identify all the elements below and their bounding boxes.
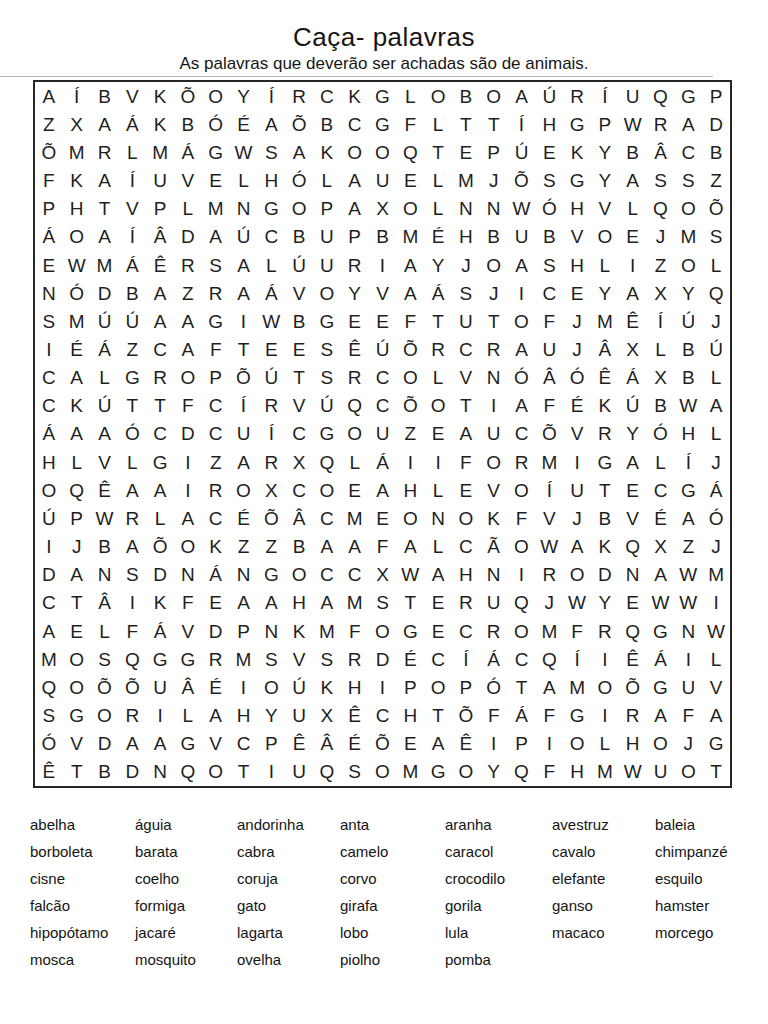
grid-cell: Â <box>313 730 341 758</box>
grid-cell: G <box>674 82 702 110</box>
grid-cell: Á <box>619 364 647 392</box>
grid-cell: G <box>63 702 91 730</box>
grid-cell: Á <box>369 448 397 476</box>
grid-cell: X <box>647 279 675 307</box>
grid-cell: L <box>91 617 119 645</box>
grid-cell: Õ <box>285 110 313 138</box>
grid-cell: E <box>396 166 424 194</box>
grid-cell: O <box>508 307 536 335</box>
grid-cell: V <box>702 673 730 701</box>
grid-cell: R <box>91 138 119 166</box>
grid-cell: J <box>480 279 508 307</box>
grid-cell: M <box>230 645 258 673</box>
grid-cell: B <box>452 82 480 110</box>
word-list-item: lobo <box>340 924 445 941</box>
grid-cell: G <box>118 364 146 392</box>
grid-cell: S <box>341 758 369 786</box>
grid-cell: D <box>91 730 119 758</box>
grid-cell: O <box>452 758 480 786</box>
grid-cell: G <box>563 166 591 194</box>
grid-cell: E <box>341 307 369 335</box>
grid-cell: Õ <box>535 420 563 448</box>
grid-cell: U <box>619 82 647 110</box>
grid-cell: N <box>480 195 508 223</box>
grid-cell: M <box>202 195 230 223</box>
grid-cell: W <box>230 138 258 166</box>
word-list-row: moscamosquitoovelhapiolhopomba <box>30 946 758 973</box>
grid-cell: K <box>591 533 619 561</box>
grid-cell: C <box>369 392 397 420</box>
grid-cell: P <box>63 504 91 532</box>
grid-cell: U <box>452 307 480 335</box>
grid-cell: É <box>341 730 369 758</box>
grid-cell: Q <box>619 533 647 561</box>
grid-cell: A <box>63 561 91 589</box>
grid-cell: V <box>563 223 591 251</box>
word-list-item: jacaré <box>135 924 237 941</box>
grid-cell: Õ <box>396 335 424 363</box>
grid-cell: A <box>230 251 258 279</box>
grid-cell: I <box>619 251 647 279</box>
grid-cell: Ó <box>202 110 230 138</box>
grid-cell: F <box>535 307 563 335</box>
grid-cell: M <box>146 138 174 166</box>
grid-cell: A <box>341 195 369 223</box>
grid-cell: C <box>202 392 230 420</box>
grid-cell: N <box>674 617 702 645</box>
grid-cell: U <box>146 166 174 194</box>
grid-cell: V <box>563 420 591 448</box>
grid-cell: H <box>563 251 591 279</box>
grid-cell: O <box>563 730 591 758</box>
grid-cell: A <box>63 364 91 392</box>
grid-cell: A <box>369 476 397 504</box>
grid-cell: Ê <box>591 364 619 392</box>
grid-cell: E <box>396 730 424 758</box>
grid-cell: Ú <box>257 364 285 392</box>
grid-cell: O <box>35 476 63 504</box>
grid-cell: E <box>35 251 63 279</box>
word-list-item: falcão <box>30 897 135 914</box>
grid-cell: L <box>118 138 146 166</box>
grid-cell: E <box>369 307 397 335</box>
word-list-item: gorila <box>445 897 552 914</box>
grid-cell: C <box>313 504 341 532</box>
word-list-item: girafa <box>340 897 445 914</box>
grid-cell: K <box>146 82 174 110</box>
grid-cell: H <box>619 730 647 758</box>
grid-cell: D <box>591 561 619 589</box>
grid-cell: V <box>535 504 563 532</box>
grid-cell: I <box>174 448 202 476</box>
grid-cell: A <box>202 702 230 730</box>
grid-cell: V <box>174 166 202 194</box>
grid-cell: B <box>174 110 202 138</box>
grid-cell: J <box>702 533 730 561</box>
word-list-item: pomba <box>445 951 552 968</box>
grid-cell: Y <box>591 279 619 307</box>
grid-cell: I <box>424 448 452 476</box>
grid-cell: R <box>202 645 230 673</box>
grid-cell: R <box>424 335 452 363</box>
grid-cell: Ó <box>480 673 508 701</box>
grid-cell: Q <box>396 138 424 166</box>
grid-cell: Q <box>508 589 536 617</box>
grid-cell: Õ <box>508 166 536 194</box>
grid-cell: L <box>591 251 619 279</box>
grid-cell: G <box>202 138 230 166</box>
grid-cell: Y <box>591 166 619 194</box>
grid-cell: Á <box>647 645 675 673</box>
grid-cell: F <box>535 392 563 420</box>
grid-cell: C <box>202 504 230 532</box>
word-list-item: camelo <box>340 843 445 860</box>
grid-cell: L <box>230 166 258 194</box>
grid-cell: Q <box>313 448 341 476</box>
grid-cell: C <box>369 702 397 730</box>
grid-cell: J <box>702 307 730 335</box>
grid-cell: O <box>452 504 480 532</box>
grid-cell: T <box>63 758 91 786</box>
grid-cell: B <box>369 223 397 251</box>
grid-cell: U <box>674 673 702 701</box>
grid-cell: E <box>563 279 591 307</box>
grid-cell: P <box>591 110 619 138</box>
grid-cell: S <box>535 251 563 279</box>
grid-cell: C <box>452 533 480 561</box>
grid-cell: F <box>396 110 424 138</box>
grid-cell: H <box>285 589 313 617</box>
grid-cell: C <box>313 561 341 589</box>
grid-cell: O <box>63 645 91 673</box>
grid-cell: Õ <box>619 673 647 701</box>
grid-cell: H <box>257 166 285 194</box>
grid-cell: A <box>91 110 119 138</box>
grid-cell: Ê <box>35 758 63 786</box>
grid-cell: E <box>424 420 452 448</box>
word-list-item: andorinha <box>237 816 340 833</box>
grid-cell: J <box>647 223 675 251</box>
word-list: abelhaáguiaandorinhaantaaranhaavestruzba… <box>30 811 758 973</box>
grid-cell: Õ <box>146 533 174 561</box>
grid-cell: A <box>91 420 119 448</box>
grid-cell: I <box>702 589 730 617</box>
grid-cell: K <box>313 138 341 166</box>
grid-cell: K <box>63 166 91 194</box>
grid-cell: N <box>619 561 647 589</box>
grid-cell: A <box>508 251 536 279</box>
grid-cell: Á <box>508 702 536 730</box>
grid-cell: W <box>563 589 591 617</box>
grid-cell: Q <box>35 673 63 701</box>
grid-cell: J <box>563 307 591 335</box>
grid-cell: R <box>452 589 480 617</box>
grid-cell: Ó <box>508 364 536 392</box>
grid-cell: Z <box>257 533 285 561</box>
grid-cell: Á <box>202 561 230 589</box>
grid-cell: W <box>535 533 563 561</box>
grid-cell: Í <box>257 420 285 448</box>
grid-cell: T <box>508 673 536 701</box>
grid-cell: P <box>257 730 285 758</box>
grid-cell: B <box>91 82 119 110</box>
grid-cell: M <box>452 166 480 194</box>
grid-cell: P <box>230 617 258 645</box>
grid-cell: U <box>369 420 397 448</box>
grid-cell: O <box>480 251 508 279</box>
grid-cell: R <box>146 364 174 392</box>
word-list-item: borboleta <box>30 843 135 860</box>
grid-cell: W <box>674 589 702 617</box>
grid-cell: O <box>674 195 702 223</box>
grid-cell: Â <box>146 223 174 251</box>
grid-cell: Ó <box>35 730 63 758</box>
grid-cell: G <box>313 307 341 335</box>
grid-cell: M <box>35 645 63 673</box>
grid-cell: A <box>702 702 730 730</box>
grid-cell: L <box>591 730 619 758</box>
grid-cell: X <box>647 533 675 561</box>
grid-cell: I <box>230 673 258 701</box>
grid-cell: Z <box>396 420 424 448</box>
grid-cell: G <box>647 673 675 701</box>
grid-cell: E <box>202 166 230 194</box>
grid-cell: J <box>563 335 591 363</box>
grid-cell: Í <box>63 82 91 110</box>
grid-cell: V <box>285 392 313 420</box>
grid-cell: W <box>619 110 647 138</box>
grid-cell: O <box>174 364 202 392</box>
grid-cell: Ú <box>285 673 313 701</box>
grid-cell: R <box>647 110 675 138</box>
grid-cell: U <box>285 758 313 786</box>
grid-cell: V <box>91 448 119 476</box>
grid-cell: Z <box>702 166 730 194</box>
grid-cell: O <box>424 673 452 701</box>
grid-cell: Â <box>591 335 619 363</box>
grid-cell: H <box>396 476 424 504</box>
word-list-item: cisne <box>30 870 135 887</box>
grid-cell: R <box>341 645 369 673</box>
grid-cell: G <box>174 730 202 758</box>
grid-cell: A <box>174 335 202 363</box>
grid-cell: L <box>313 166 341 194</box>
grid-cell: I <box>674 645 702 673</box>
grid-cell: C <box>508 645 536 673</box>
word-list-item: avestruz <box>552 816 655 833</box>
grid-cell: U <box>313 223 341 251</box>
word-list-item: ovelha <box>237 951 340 968</box>
grid-cell: L <box>424 166 452 194</box>
grid-cell: V <box>452 364 480 392</box>
grid-cell: A <box>647 561 675 589</box>
grid-cell: Í <box>647 307 675 335</box>
grid-cell: S <box>202 251 230 279</box>
grid-cell: U <box>313 251 341 279</box>
grid-cell: A <box>285 138 313 166</box>
grid-cell: G <box>674 476 702 504</box>
grid-cell: M <box>591 758 619 786</box>
grid-cell: N <box>424 504 452 532</box>
grid-cell: F <box>35 166 63 194</box>
grid-cell: O <box>230 476 258 504</box>
grid-cell: I <box>35 335 63 363</box>
grid-cell: R <box>480 335 508 363</box>
grid-cell: B <box>674 335 702 363</box>
grid-cell: F <box>535 702 563 730</box>
grid-cell: R <box>118 504 146 532</box>
grid-cell: E <box>257 335 285 363</box>
grid-cell: E <box>285 335 313 363</box>
grid-cell: Õ <box>702 195 730 223</box>
grid-cell: O <box>313 279 341 307</box>
grid-cell: E <box>452 476 480 504</box>
grid-cell: P <box>702 82 730 110</box>
grid-cell: O <box>396 195 424 223</box>
word-list-item: caracol <box>445 843 552 860</box>
grid-cell: T <box>452 392 480 420</box>
grid-cell: U <box>647 758 675 786</box>
grid-cell: T <box>452 110 480 138</box>
grid-cell: H <box>341 673 369 701</box>
grid-cell: C <box>202 420 230 448</box>
grid-cell: B <box>702 138 730 166</box>
grid-cell: W <box>257 307 285 335</box>
grid-cell: I <box>174 476 202 504</box>
grid-cell: Y <box>424 251 452 279</box>
grid-cell: G <box>424 758 452 786</box>
grid-cell: I <box>369 251 397 279</box>
grid-cell: A <box>313 589 341 617</box>
grid-cell: A <box>118 476 146 504</box>
grid-cell: N <box>480 561 508 589</box>
grid-cell: S <box>35 702 63 730</box>
grid-cell: R <box>591 617 619 645</box>
grid-cell: C <box>452 335 480 363</box>
grid-cell: L <box>118 448 146 476</box>
grid-cell: G <box>369 82 397 110</box>
grid-cell: A <box>396 251 424 279</box>
grid-cell: L <box>341 448 369 476</box>
grid-cell: B <box>619 138 647 166</box>
grid-cell: U <box>146 673 174 701</box>
grid-cell: I <box>480 730 508 758</box>
grid-cell: O <box>369 758 397 786</box>
word-list-row: abelhaáguiaandorinhaantaaranhaavestruzba… <box>30 811 758 838</box>
grid-cell: O <box>313 476 341 504</box>
grid-cell: A <box>146 307 174 335</box>
grid-cell: U <box>369 166 397 194</box>
grid-cell: S <box>313 364 341 392</box>
word-list-row: borboletabaratacabracamelocaracolcavaloc… <box>30 838 758 865</box>
word-list-row: cisnecoelhocorujacorvocrocodiloelefantee… <box>30 865 758 892</box>
grid-cell: V <box>118 82 146 110</box>
grid-cell: L <box>424 364 452 392</box>
grid-cell: U <box>230 420 258 448</box>
grid-cell: H <box>230 702 258 730</box>
grid-cell: E <box>424 589 452 617</box>
grid-cell: É <box>396 645 424 673</box>
grid-cell: O <box>257 673 285 701</box>
grid-cell: A <box>118 533 146 561</box>
grid-cell: Á <box>118 251 146 279</box>
grid-cell: R <box>202 279 230 307</box>
grid-cell: N <box>146 758 174 786</box>
grid-cell: X <box>313 702 341 730</box>
grid-cell: D <box>369 645 397 673</box>
grid-cell: S <box>702 223 730 251</box>
grid-cell: O <box>424 392 452 420</box>
grid-cell: A <box>257 110 285 138</box>
grid-cell: Â <box>535 364 563 392</box>
grid-cell: U <box>508 223 536 251</box>
grid-cell: Y <box>341 279 369 307</box>
grid-cell: I <box>563 448 591 476</box>
grid-cell: H <box>452 223 480 251</box>
grid-cell: X <box>285 448 313 476</box>
grid-cell: S <box>313 645 341 673</box>
grid-cell: D <box>35 561 63 589</box>
word-list-item: gato <box>237 897 340 914</box>
word-list-item: barata <box>135 843 237 860</box>
grid-cell: M <box>341 504 369 532</box>
grid-cell: L <box>424 533 452 561</box>
grid-cell: E <box>424 617 452 645</box>
grid-cell: H <box>396 702 424 730</box>
grid-cell: L <box>257 251 285 279</box>
grid-cell: B <box>674 364 702 392</box>
grid-cell: I <box>257 758 285 786</box>
word-search-grid: AÍBVKÕOYÍRCKGLOBOAÚRÍUQGPZXAÁKBÓÉAÕBCGFL… <box>33 80 732 788</box>
grid-cell: Â <box>647 138 675 166</box>
grid-cell: Z <box>647 251 675 279</box>
grid-cell: R <box>202 476 230 504</box>
grid-cell: Õ <box>230 364 258 392</box>
grid-cell: Ó <box>118 420 146 448</box>
grid-cell: Q <box>341 392 369 420</box>
grid-cell: J <box>452 251 480 279</box>
grid-cell: S <box>647 166 675 194</box>
grid-cell: B <box>285 307 313 335</box>
grid-cell: A <box>647 702 675 730</box>
grid-cell: A <box>35 617 63 645</box>
grid-cell: R <box>257 448 285 476</box>
grid-cell: N <box>91 561 119 589</box>
grid-cell: Z <box>35 110 63 138</box>
grid-cell: V <box>63 730 91 758</box>
grid-cell: S <box>257 645 285 673</box>
grid-cell: U <box>285 702 313 730</box>
grid-cell: N <box>257 617 285 645</box>
word-list-item: mosquito <box>135 951 237 968</box>
grid-cell: Ó <box>563 364 591 392</box>
grid-cell: H <box>563 758 591 786</box>
grid-cell: S <box>313 335 341 363</box>
grid-cell: H <box>452 561 480 589</box>
grid-cell: O <box>480 82 508 110</box>
word-list-item: lagarta <box>237 924 340 941</box>
grid-cell: K <box>480 504 508 532</box>
grid-cell: T <box>424 307 452 335</box>
grid-cell: C <box>285 420 313 448</box>
grid-cell: V <box>369 279 397 307</box>
grid-cell: C <box>146 420 174 448</box>
grid-cell: Ã <box>480 533 508 561</box>
grid-cell: I <box>118 589 146 617</box>
grid-cell: U <box>480 589 508 617</box>
grid-cell: W <box>63 251 91 279</box>
grid-cell: D <box>91 279 119 307</box>
